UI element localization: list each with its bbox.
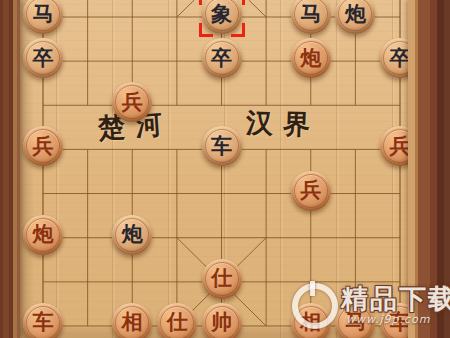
xiangqi-piece-black[interactable]: 卒 xyxy=(23,38,63,78)
xiangqi-piece-red[interactable]: 相 xyxy=(291,303,331,338)
xiangqi-piece-red[interactable]: 车 xyxy=(23,303,63,338)
piece-glyph: 炮 xyxy=(33,223,54,244)
xiangqi-piece-red[interactable]: 兵 xyxy=(291,171,331,211)
piece-glyph: 仕 xyxy=(166,311,187,332)
xiangqi-game-screen: 楚河 汉界 马象马炮卒卒炮卒兵兵车兵兵炮炮仕车相仕帅相马车 精品下载 www.j… xyxy=(0,0,450,338)
xiangqi-piece-red[interactable]: 炮 xyxy=(291,38,331,78)
xiangqi-piece-red[interactable]: 帅 xyxy=(202,303,242,338)
piece-glyph: 卒 xyxy=(211,47,232,68)
piece-glyph: 帅 xyxy=(211,311,232,332)
xiangqi-piece-black[interactable]: 卒 xyxy=(202,38,242,78)
xiangqi-piece-red[interactable]: 炮 xyxy=(23,215,63,255)
piece-glyph: 炮 xyxy=(122,223,143,244)
piece-glyph: 炮 xyxy=(345,3,366,24)
xiangqi-piece-red[interactable]: 相 xyxy=(112,303,152,338)
piece-glyph: 相 xyxy=(122,311,143,332)
xiangqi-piece-black[interactable]: 炮 xyxy=(112,215,152,255)
piece-glyph: 卒 xyxy=(33,47,54,68)
board-frame-right xyxy=(408,0,450,338)
piece-glyph: 车 xyxy=(33,311,54,332)
piece-glyph: 马 xyxy=(345,311,366,332)
piece-glyph: 马 xyxy=(300,3,321,24)
board-frame-left xyxy=(0,0,20,338)
piece-glyph: 仕 xyxy=(211,267,232,288)
piece-glyph: 车 xyxy=(211,135,232,156)
piece-glyph: 炮 xyxy=(300,47,321,68)
piece-glyph: 兵 xyxy=(122,91,143,112)
piece-glyph: 象 xyxy=(211,3,232,24)
xiangqi-board[interactable]: 楚河 汉界 马象马炮卒卒炮卒兵兵车兵兵炮炮仕车相仕帅相马车 xyxy=(0,0,450,338)
xiangqi-piece-red[interactable]: 马 xyxy=(335,303,375,338)
xiangqi-piece-red[interactable]: 仕 xyxy=(202,259,242,299)
piece-glyph: 马 xyxy=(33,3,54,24)
piece-glyph: 兵 xyxy=(33,135,54,156)
piece-glyph: 相 xyxy=(300,311,321,332)
xiangqi-piece-black[interactable]: 车 xyxy=(202,126,242,166)
river-label-han-jie: 汉界 xyxy=(245,105,320,144)
piece-glyph: 兵 xyxy=(300,179,321,200)
xiangqi-piece-red[interactable]: 仕 xyxy=(157,303,197,338)
